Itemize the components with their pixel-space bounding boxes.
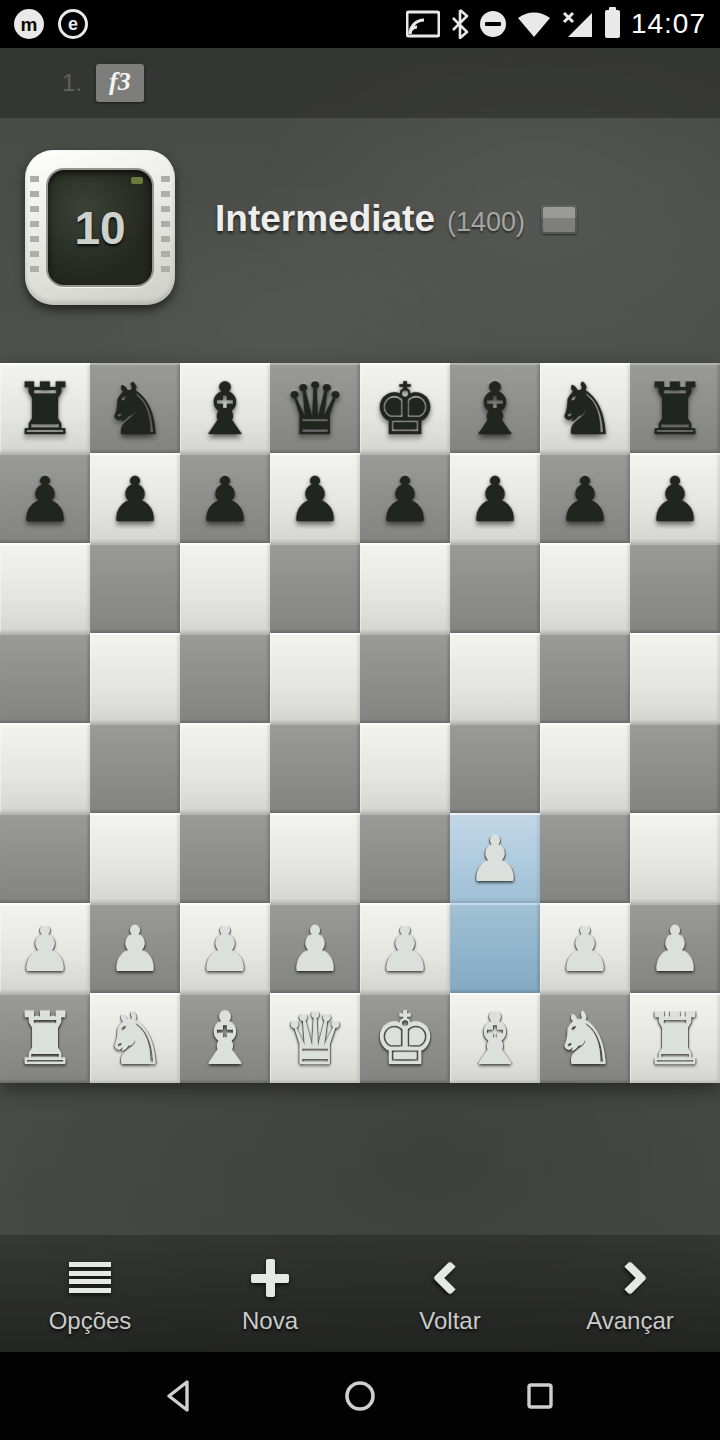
square-b2[interactable]: ♟ bbox=[90, 903, 180, 993]
opponent-info: 10 Intermediate (1400) bbox=[0, 118, 720, 363]
square-b3[interactable] bbox=[90, 813, 180, 903]
piece-black-pawn: ♟ bbox=[630, 453, 720, 543]
square-h7[interactable]: ♟ bbox=[630, 453, 720, 543]
square-h1[interactable]: ♜ bbox=[630, 993, 720, 1083]
square-b6[interactable] bbox=[90, 543, 180, 633]
flag-icon bbox=[541, 205, 577, 234]
square-e3[interactable] bbox=[360, 813, 450, 903]
piece-white-bishop: ♝ bbox=[180, 993, 270, 1083]
cast-icon bbox=[406, 10, 440, 38]
square-c1[interactable]: ♝ bbox=[180, 993, 270, 1083]
piece-black-knight: ♞ bbox=[540, 363, 630, 453]
clock-text: 14:07 bbox=[631, 8, 706, 40]
square-b4[interactable] bbox=[90, 723, 180, 813]
piece-black-bishop: ♝ bbox=[450, 363, 540, 453]
piece-white-rook: ♜ bbox=[0, 993, 90, 1083]
square-a7[interactable]: ♟ bbox=[0, 453, 90, 543]
square-b7[interactable]: ♟ bbox=[90, 453, 180, 543]
square-h2[interactable]: ♟ bbox=[630, 903, 720, 993]
current-move-chip[interactable]: f3 bbox=[96, 64, 144, 102]
recents-icon bbox=[520, 1376, 560, 1416]
square-c3[interactable] bbox=[180, 813, 270, 903]
piece-white-pawn: ♟ bbox=[360, 903, 450, 993]
app-screen: m e 14:07 1. f3 bbox=[0, 0, 720, 1440]
piece-white-bishop: ♝ bbox=[450, 993, 540, 1083]
bluetooth-icon bbox=[451, 9, 469, 39]
square-c5[interactable] bbox=[180, 633, 270, 723]
move-number: 1. bbox=[62, 69, 82, 97]
square-f4[interactable] bbox=[450, 723, 540, 813]
piece-black-queen: ♛ bbox=[270, 363, 360, 453]
forward-move-button-label: Avançar bbox=[586, 1307, 674, 1335]
piece-white-knight: ♞ bbox=[540, 993, 630, 1083]
cell-signal-icon bbox=[562, 9, 594, 39]
opponent-avatar[interactable]: 10 bbox=[25, 150, 175, 305]
square-e1[interactable]: ♚ bbox=[360, 993, 450, 1083]
piece-black-pawn: ♟ bbox=[270, 453, 360, 543]
square-c6[interactable] bbox=[180, 543, 270, 633]
square-f8[interactable]: ♝ bbox=[450, 363, 540, 453]
square-f6[interactable] bbox=[450, 543, 540, 633]
piece-black-pawn: ♟ bbox=[540, 453, 630, 543]
piece-black-pawn: ♟ bbox=[90, 453, 180, 543]
plus-icon bbox=[251, 1259, 289, 1297]
square-f3[interactable]: ♟ bbox=[450, 813, 540, 903]
piece-white-knight: ♞ bbox=[90, 993, 180, 1083]
wifi-icon bbox=[517, 10, 551, 38]
piece-black-bishop: ♝ bbox=[180, 363, 270, 453]
options-button-label: Opções bbox=[49, 1307, 132, 1335]
square-b1[interactable]: ♞ bbox=[90, 993, 180, 1083]
piece-black-pawn: ♟ bbox=[450, 453, 540, 543]
move-list: 1. f3 bbox=[0, 48, 720, 118]
do-not-disturb-icon bbox=[480, 11, 506, 37]
menu-icon bbox=[69, 1262, 111, 1293]
square-e7[interactable]: ♟ bbox=[360, 453, 450, 543]
new-game-button[interactable]: Nova bbox=[180, 1235, 360, 1352]
piece-white-queen: ♛ bbox=[270, 993, 360, 1083]
square-a4[interactable] bbox=[0, 723, 90, 813]
square-g5[interactable] bbox=[540, 633, 630, 723]
back-move-button-label: Voltar bbox=[419, 1307, 480, 1335]
square-c8[interactable]: ♝ bbox=[180, 363, 270, 453]
square-d1[interactable]: ♛ bbox=[270, 993, 360, 1083]
square-g7[interactable]: ♟ bbox=[540, 453, 630, 543]
square-g8[interactable]: ♞ bbox=[540, 363, 630, 453]
piece-white-pawn: ♟ bbox=[450, 813, 540, 903]
back-icon bbox=[160, 1376, 200, 1416]
square-a5[interactable] bbox=[0, 633, 90, 723]
opponent-rating: (1400) bbox=[447, 207, 525, 238]
square-g4[interactable] bbox=[540, 723, 630, 813]
square-h4[interactable] bbox=[630, 723, 720, 813]
square-g1[interactable]: ♞ bbox=[540, 993, 630, 1083]
status-bar-notifications: m e bbox=[14, 9, 88, 39]
square-g2[interactable]: ♟ bbox=[540, 903, 630, 993]
square-h6[interactable] bbox=[630, 543, 720, 633]
square-e5[interactable] bbox=[360, 633, 450, 723]
home-icon bbox=[340, 1376, 380, 1416]
piece-black-knight: ♞ bbox=[90, 363, 180, 453]
piece-black-pawn: ♟ bbox=[360, 453, 450, 543]
square-h8[interactable]: ♜ bbox=[630, 363, 720, 453]
square-a3[interactable] bbox=[0, 813, 90, 903]
square-b8[interactable]: ♞ bbox=[90, 363, 180, 453]
piece-white-king: ♚ bbox=[360, 993, 450, 1083]
square-d2[interactable]: ♟ bbox=[270, 903, 360, 993]
square-d3[interactable] bbox=[270, 813, 360, 903]
nav-recents-button[interactable] bbox=[502, 1358, 578, 1434]
status-bar: m e 14:07 bbox=[0, 0, 720, 48]
m-app-icon: m bbox=[14, 9, 44, 39]
background-gap bbox=[0, 1083, 720, 1235]
square-a2[interactable]: ♟ bbox=[0, 903, 90, 993]
piece-black-pawn: ♟ bbox=[0, 453, 90, 543]
square-e6[interactable] bbox=[360, 543, 450, 633]
piece-white-pawn: ♟ bbox=[540, 903, 630, 993]
piece-black-rook: ♜ bbox=[630, 363, 720, 453]
square-a6[interactable] bbox=[0, 543, 90, 633]
square-d8[interactable]: ♛ bbox=[270, 363, 360, 453]
square-e4[interactable] bbox=[360, 723, 450, 813]
square-b5[interactable] bbox=[90, 633, 180, 723]
piece-white-pawn: ♟ bbox=[270, 903, 360, 993]
status-bar-system-icons: 14:07 bbox=[406, 8, 706, 40]
square-g6[interactable] bbox=[540, 543, 630, 633]
square-d7[interactable]: ♟ bbox=[270, 453, 360, 543]
opponent-name-line: Intermediate (1400) bbox=[215, 198, 577, 240]
square-h3[interactable] bbox=[630, 813, 720, 903]
square-c2[interactable]: ♟ bbox=[180, 903, 270, 993]
piece-white-pawn: ♟ bbox=[630, 903, 720, 993]
nav-back-button[interactable] bbox=[142, 1358, 218, 1434]
piece-black-rook: ♜ bbox=[0, 363, 90, 453]
square-g3[interactable] bbox=[540, 813, 630, 903]
chess-board: ♜♞♝♛♚♝♞♜♟♟♟♟♟♟♟♟♟♟♟♟♟♟♟♟♜♞♝♛♚♝♞♜ bbox=[0, 363, 720, 1083]
square-f5[interactable] bbox=[450, 633, 540, 723]
chip-pins-right bbox=[161, 176, 170, 279]
nav-home-button[interactable] bbox=[322, 1358, 398, 1434]
e-app-icon: e bbox=[58, 9, 88, 39]
chip-pins-left bbox=[30, 176, 39, 279]
piece-white-rook: ♜ bbox=[630, 993, 720, 1083]
piece-white-pawn: ♟ bbox=[90, 903, 180, 993]
square-h5[interactable] bbox=[630, 633, 720, 723]
square-f7[interactable]: ♟ bbox=[450, 453, 540, 543]
opponent-name: Intermediate bbox=[215, 198, 435, 240]
battery-icon bbox=[605, 10, 620, 38]
square-d4[interactable] bbox=[270, 723, 360, 813]
square-f2[interactable] bbox=[450, 903, 540, 993]
square-f1[interactable]: ♝ bbox=[450, 993, 540, 1083]
square-e2[interactable]: ♟ bbox=[360, 903, 450, 993]
chevron-left-icon bbox=[433, 1261, 467, 1295]
toolbar: OpçõesNovaVoltarAvançar bbox=[0, 1235, 720, 1352]
new-game-button-label: Nova bbox=[242, 1307, 298, 1335]
piece-white-pawn: ♟ bbox=[0, 903, 90, 993]
piece-black-pawn: ♟ bbox=[180, 453, 270, 543]
chip-screen: 10 bbox=[46, 168, 154, 287]
options-button[interactable]: Opções bbox=[0, 1235, 180, 1352]
square-a1[interactable]: ♜ bbox=[0, 993, 90, 1083]
square-c4[interactable] bbox=[180, 723, 270, 813]
square-d6[interactable] bbox=[270, 543, 360, 633]
square-a8[interactable]: ♜ bbox=[0, 363, 90, 453]
android-nav-bar bbox=[0, 1352, 720, 1440]
engine-level: 10 bbox=[74, 201, 125, 255]
square-e8[interactable]: ♚ bbox=[360, 363, 450, 453]
forward-move-button[interactable]: Avançar bbox=[540, 1235, 720, 1352]
square-d5[interactable] bbox=[270, 633, 360, 723]
piece-black-king: ♚ bbox=[360, 363, 450, 453]
chevron-right-icon bbox=[613, 1261, 647, 1295]
square-c7[interactable]: ♟ bbox=[180, 453, 270, 543]
back-move-button[interactable]: Voltar bbox=[360, 1235, 540, 1352]
piece-white-pawn: ♟ bbox=[180, 903, 270, 993]
